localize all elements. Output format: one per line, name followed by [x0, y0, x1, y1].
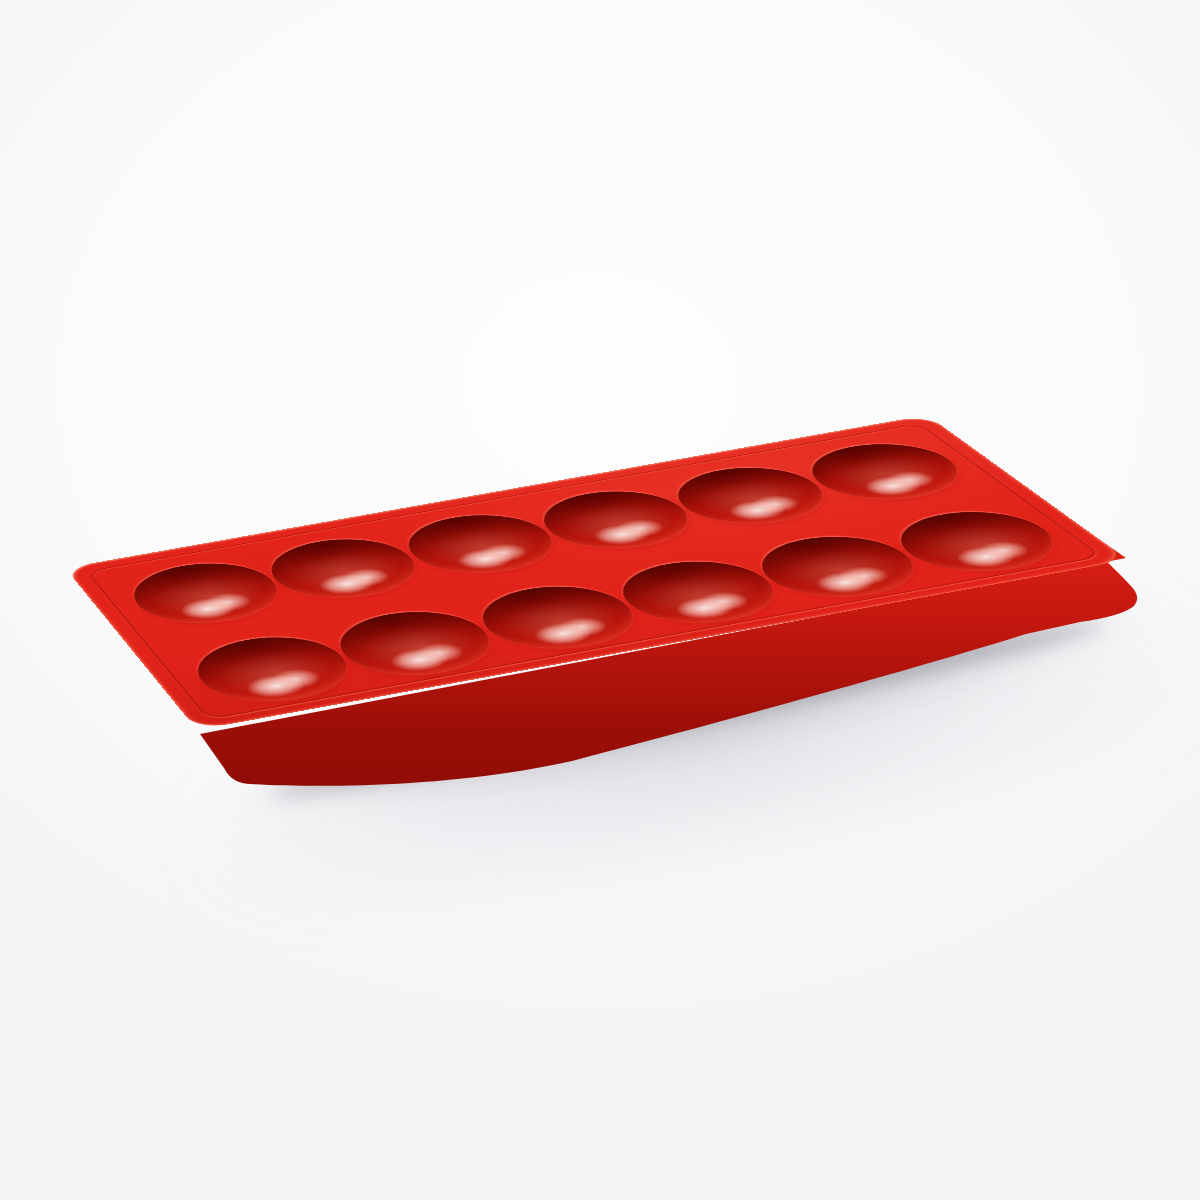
tray-scene — [0, 0, 1200, 1200]
tray-top-surface — [65, 415, 1128, 730]
pit-grid — [106, 426, 1095, 722]
photo-backdrop — [0, 0, 1200, 1200]
pit-back-1[interactable] — [116, 554, 297, 631]
